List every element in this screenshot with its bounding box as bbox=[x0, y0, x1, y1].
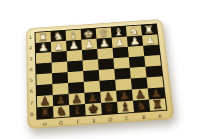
square-e8[interactable]: ♚ bbox=[85, 103, 102, 115]
rank-label-8: 8 bbox=[28, 109, 36, 119]
chess-board: 12345678 ♜♞♝♚♛♝♞♜♟♟♟♟♟♟♟♟♟♟♟♟♟♟♟♟♜♞♝♚♛♝♞… bbox=[26, 19, 174, 129]
square-c8[interactable]: ♝ bbox=[117, 101, 134, 113]
square-d8[interactable]: ♛ bbox=[101, 102, 118, 114]
rank-label-1: 1 bbox=[27, 33, 34, 42]
piece-black-king-e8[interactable]: ♚ bbox=[85, 103, 102, 115]
rank-label-4: 4 bbox=[27, 65, 34, 74]
piece-black-queen-d8[interactable]: ♛ bbox=[101, 102, 118, 114]
file-label-g: G bbox=[54, 118, 68, 126]
piece-black-rook-a8[interactable]: ♜ bbox=[149, 98, 166, 110]
square-f8[interactable]: ♝ bbox=[69, 104, 86, 116]
square-b8[interactable]: ♞ bbox=[133, 100, 150, 112]
file-label-b: B bbox=[136, 113, 150, 121]
piece-black-bishop-f8[interactable]: ♝ bbox=[69, 104, 86, 116]
file-label-a: A bbox=[153, 111, 167, 119]
rank-label-7: 7 bbox=[28, 98, 36, 108]
file-label-f: F bbox=[71, 117, 85, 125]
rank-label-3: 3 bbox=[27, 54, 34, 63]
piece-black-knight-g8[interactable]: ♞ bbox=[53, 105, 69, 117]
square-g8[interactable]: ♞ bbox=[53, 105, 69, 117]
piece-black-knight-b8[interactable]: ♞ bbox=[133, 100, 150, 112]
square-a8[interactable]: ♜ bbox=[149, 98, 166, 110]
rank-label-6: 6 bbox=[28, 86, 35, 96]
photo-background: 12345678 ♜♞♝♚♛♝♞♜♟♟♟♟♟♟♟♟♟♟♟♟♟♟♟♟♜♞♝♚♛♝♞… bbox=[0, 0, 200, 139]
file-label-c: C bbox=[120, 114, 134, 122]
file-label-d: D bbox=[103, 115, 117, 123]
square-h8[interactable]: ♜ bbox=[37, 106, 53, 119]
board-grid: ♜♞♝♚♛♝♞♜♟♟♟♟♟♟♟♟♟♟♟♟♟♟♟♟♜♞♝♚♛♝♞♜ bbox=[35, 23, 168, 119]
file-label-h: H bbox=[38, 119, 52, 127]
file-label-e: E bbox=[87, 116, 101, 124]
rank-label-5: 5 bbox=[27, 75, 34, 85]
board-frame: 12345678 ♜♞♝♚♛♝♞♜♟♟♟♟♟♟♟♟♟♟♟♟♟♟♟♟♜♞♝♚♛♝♞… bbox=[26, 19, 174, 129]
rank-label-2: 2 bbox=[27, 43, 34, 52]
piece-black-rook-h8[interactable]: ♜ bbox=[37, 106, 53, 119]
piece-black-bishop-c8[interactable]: ♝ bbox=[117, 101, 134, 113]
